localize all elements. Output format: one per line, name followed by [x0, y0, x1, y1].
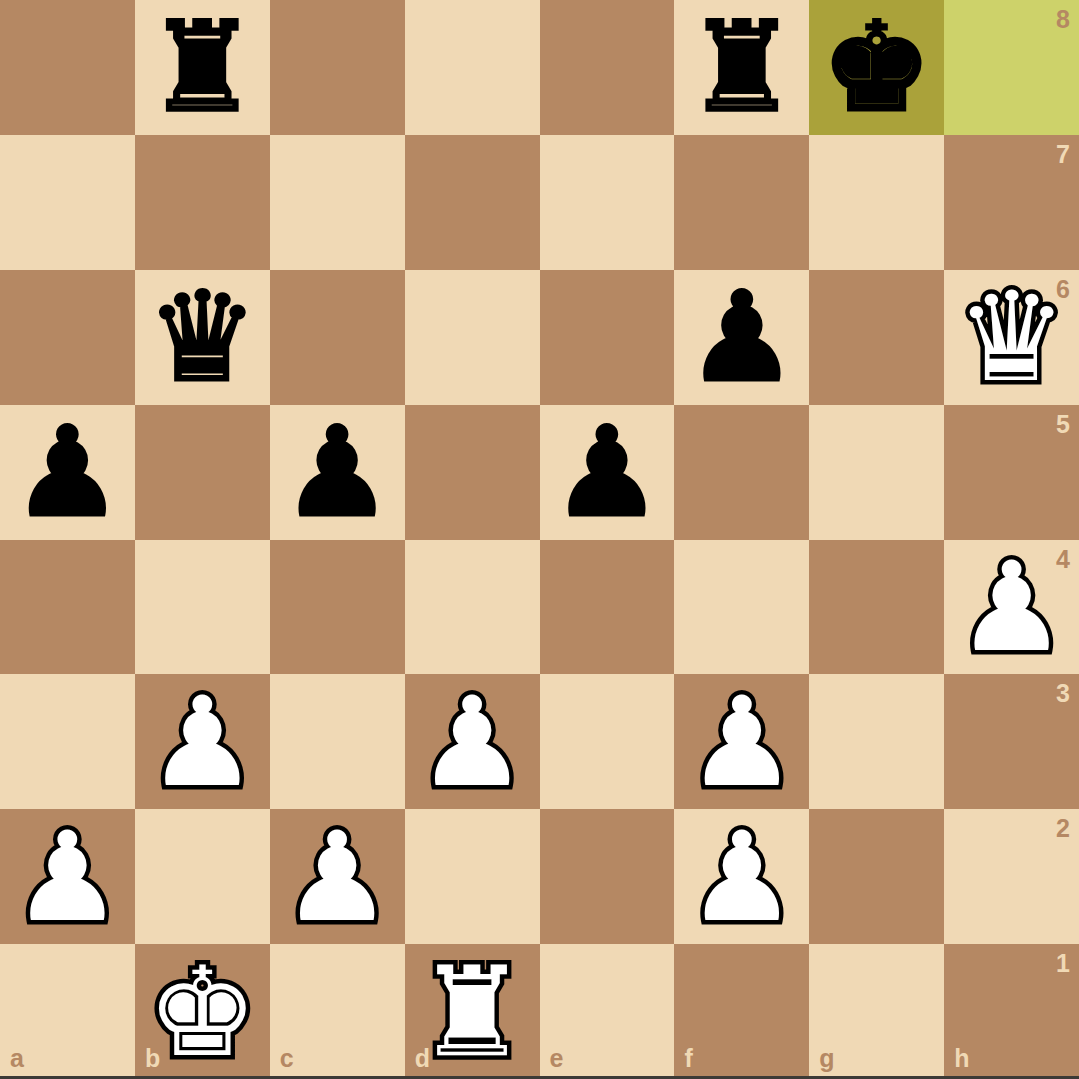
square-b6[interactable]	[135, 270, 270, 405]
file-label-c: c	[280, 1044, 294, 1073]
square-b3[interactable]	[135, 674, 270, 809]
square-d3[interactable]	[405, 674, 540, 809]
square-d6[interactable]	[405, 270, 540, 405]
square-b7[interactable]	[135, 135, 270, 270]
black-king-piece[interactable]	[809, 0, 944, 135]
white-pawn-piece[interactable]	[135, 674, 270, 809]
square-f1[interactable]: f	[674, 944, 809, 1079]
square-f8[interactable]	[674, 0, 809, 135]
white-pawn-piece[interactable]	[0, 809, 135, 944]
square-e6[interactable]	[540, 270, 675, 405]
square-a2[interactable]	[0, 809, 135, 944]
square-e7[interactable]	[540, 135, 675, 270]
square-c7[interactable]	[270, 135, 405, 270]
square-a8[interactable]	[0, 0, 135, 135]
chess-app: 8765432abcdefg1h	[0, 0, 1079, 1079]
file-label-b: b	[145, 1044, 160, 1073]
square-c3[interactable]	[270, 674, 405, 809]
square-h4[interactable]: 4	[944, 540, 1079, 675]
square-g1[interactable]: g	[809, 944, 944, 1079]
rank-label-3: 3	[1056, 679, 1070, 708]
square-c6[interactable]	[270, 270, 405, 405]
square-a1[interactable]: a	[0, 944, 135, 1079]
black-rook-piece[interactable]	[674, 0, 809, 135]
square-c5[interactable]	[270, 405, 405, 540]
square-h2[interactable]: 2	[944, 809, 1079, 944]
file-label-f: f	[684, 1044, 692, 1073]
square-h8[interactable]: 8	[944, 0, 1079, 135]
square-g8[interactable]	[809, 0, 944, 135]
black-pawn-piece[interactable]	[0, 405, 135, 540]
file-label-e: e	[550, 1044, 564, 1073]
square-f4[interactable]	[674, 540, 809, 675]
square-f3[interactable]	[674, 674, 809, 809]
rank-label-5: 5	[1056, 410, 1070, 439]
square-b4[interactable]	[135, 540, 270, 675]
square-a6[interactable]	[0, 270, 135, 405]
rank-label-2: 2	[1056, 814, 1070, 843]
square-c8[interactable]	[270, 0, 405, 135]
square-g4[interactable]	[809, 540, 944, 675]
square-h6[interactable]: 6	[944, 270, 1079, 405]
square-e1[interactable]: e	[540, 944, 675, 1079]
square-g3[interactable]	[809, 674, 944, 809]
square-b2[interactable]	[135, 809, 270, 944]
square-d7[interactable]	[405, 135, 540, 270]
square-e5[interactable]	[540, 405, 675, 540]
square-b1[interactable]: b	[135, 944, 270, 1079]
square-e2[interactable]	[540, 809, 675, 944]
white-pawn-piece[interactable]	[405, 674, 540, 809]
square-d5[interactable]	[405, 405, 540, 540]
black-rook-piece[interactable]	[135, 0, 270, 135]
square-f2[interactable]	[674, 809, 809, 944]
square-g2[interactable]	[809, 809, 944, 944]
square-h1[interactable]: 1h	[944, 944, 1079, 1079]
file-label-g: g	[819, 1044, 834, 1073]
black-pawn-piece[interactable]	[270, 405, 405, 540]
square-f5[interactable]	[674, 405, 809, 540]
white-pawn-piece[interactable]	[270, 809, 405, 944]
square-e3[interactable]	[540, 674, 675, 809]
square-e4[interactable]	[540, 540, 675, 675]
black-pawn-piece[interactable]	[540, 405, 675, 540]
square-h3[interactable]: 3	[944, 674, 1079, 809]
square-d1[interactable]: d	[405, 944, 540, 1079]
square-d8[interactable]	[405, 0, 540, 135]
rank-label-8: 8	[1056, 5, 1070, 34]
rank-label-4: 4	[1056, 545, 1070, 574]
square-a7[interactable]	[0, 135, 135, 270]
rank-label-1: 1	[1056, 949, 1070, 978]
square-c2[interactable]	[270, 809, 405, 944]
black-pawn-piece[interactable]	[674, 270, 809, 405]
file-label-a: a	[10, 1044, 24, 1073]
white-pawn-piece[interactable]	[674, 674, 809, 809]
square-a4[interactable]	[0, 540, 135, 675]
square-f6[interactable]	[674, 270, 809, 405]
square-h5[interactable]: 5	[944, 405, 1079, 540]
chess-board: 8765432abcdefg1h	[0, 0, 1079, 1079]
square-g7[interactable]	[809, 135, 944, 270]
square-b8[interactable]	[135, 0, 270, 135]
square-d4[interactable]	[405, 540, 540, 675]
square-b5[interactable]	[135, 405, 270, 540]
file-label-d: d	[415, 1044, 430, 1073]
square-h7[interactable]: 7	[944, 135, 1079, 270]
square-g5[interactable]	[809, 405, 944, 540]
square-d2[interactable]	[405, 809, 540, 944]
square-e8[interactable]	[540, 0, 675, 135]
square-a3[interactable]	[0, 674, 135, 809]
black-queen-piece[interactable]	[135, 270, 270, 405]
square-f7[interactable]	[674, 135, 809, 270]
rank-label-7: 7	[1056, 140, 1070, 169]
white-pawn-piece[interactable]	[674, 809, 809, 944]
square-a5[interactable]	[0, 405, 135, 540]
file-label-h: h	[954, 1044, 969, 1073]
square-c1[interactable]: c	[270, 944, 405, 1079]
square-g6[interactable]	[809, 270, 944, 405]
rank-label-6: 6	[1056, 275, 1070, 304]
square-c4[interactable]	[270, 540, 405, 675]
